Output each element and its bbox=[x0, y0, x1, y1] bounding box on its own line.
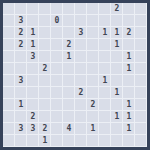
cell-r0c10[interactable] bbox=[123, 3, 135, 15]
cell-r10c9[interactable] bbox=[111, 123, 123, 135]
cell-r1c8[interactable] bbox=[99, 15, 111, 27]
cell-r10c1[interactable]: 3 bbox=[15, 123, 27, 135]
cell-r10c4[interactable] bbox=[51, 123, 63, 135]
cell-r2c0[interactable] bbox=[3, 27, 15, 39]
cell-r8c3[interactable] bbox=[39, 99, 51, 111]
cell-r6c5[interactable] bbox=[63, 75, 75, 87]
cell-r0c0[interactable] bbox=[3, 3, 15, 15]
cell-r9c10[interactable]: 1 bbox=[123, 111, 135, 123]
cell-r3c6[interactable] bbox=[75, 39, 87, 51]
cell-r0c3[interactable] bbox=[39, 3, 51, 15]
cell-r8c0[interactable] bbox=[3, 99, 15, 111]
cell-r4c2[interactable]: 3 bbox=[27, 51, 39, 63]
clue-number: 1 bbox=[127, 53, 132, 61]
cell-r3c4[interactable] bbox=[51, 39, 63, 51]
clue-number: 3 bbox=[19, 17, 24, 25]
cell-r3c1[interactable]: 2 bbox=[15, 39, 27, 51]
cell-r10c6[interactable] bbox=[75, 123, 87, 135]
cell-r6c7[interactable] bbox=[87, 75, 99, 87]
clue-number: 1 bbox=[103, 29, 108, 37]
clue-number: 1 bbox=[115, 29, 120, 37]
cell-r1c4[interactable]: 0 bbox=[51, 15, 63, 27]
clue-number: 2 bbox=[31, 113, 36, 121]
cell-r9c6[interactable] bbox=[75, 111, 87, 123]
cell-r9c2[interactable]: 2 bbox=[27, 111, 39, 123]
cell-r2c4[interactable] bbox=[51, 27, 63, 39]
clue-number: 3 bbox=[31, 125, 36, 133]
cell-r9c4[interactable] bbox=[51, 111, 63, 123]
cell-r4c9[interactable] bbox=[111, 51, 123, 63]
cell-r3c3[interactable] bbox=[39, 39, 51, 51]
cell-r6c10[interactable] bbox=[123, 75, 135, 87]
cell-r2c5[interactable] bbox=[63, 27, 75, 39]
cell-r3c5[interactable]: 2 bbox=[63, 39, 75, 51]
cell-r4c5[interactable]: 1 bbox=[63, 51, 75, 63]
cell-r0c9[interactable]: 2 bbox=[111, 3, 123, 15]
cell-r7c11[interactable] bbox=[135, 87, 147, 99]
cell-r7c1[interactable] bbox=[15, 87, 27, 99]
cell-r4c4[interactable] bbox=[51, 51, 63, 63]
clue-number: 1 bbox=[115, 89, 120, 97]
cell-r10c11[interactable] bbox=[135, 123, 147, 135]
cell-r9c9[interactable]: 1 bbox=[111, 111, 123, 123]
cell-r8c6[interactable] bbox=[75, 99, 87, 111]
clue-number: 0 bbox=[55, 17, 60, 25]
cell-r4c7[interactable] bbox=[87, 51, 99, 63]
cell-r7c4[interactable] bbox=[51, 87, 63, 99]
clue-number: 3 bbox=[19, 125, 24, 133]
clue-number: 1 bbox=[103, 77, 108, 85]
cell-r6c2[interactable] bbox=[27, 75, 39, 87]
cell-r6c9[interactable] bbox=[111, 75, 123, 87]
cell-r7c9[interactable]: 1 bbox=[111, 87, 123, 99]
cell-r7c2[interactable] bbox=[27, 87, 39, 99]
cell-r11c10[interactable] bbox=[123, 135, 135, 147]
cell-r5c7[interactable] bbox=[87, 63, 99, 75]
cell-r11c8[interactable] bbox=[99, 135, 111, 147]
clue-number: 2 bbox=[91, 101, 96, 109]
cell-r6c6[interactable] bbox=[75, 75, 87, 87]
cell-r2c7[interactable] bbox=[87, 27, 99, 39]
cell-r4c11[interactable] bbox=[135, 51, 147, 63]
cell-r1c3[interactable] bbox=[39, 15, 51, 27]
cell-r8c7[interactable]: 2 bbox=[87, 99, 99, 111]
cell-r0c6[interactable] bbox=[75, 3, 87, 15]
cell-r10c10[interactable]: 1 bbox=[123, 123, 135, 135]
cell-r1c1[interactable]: 3 bbox=[15, 15, 27, 27]
cell-r0c7[interactable] bbox=[87, 3, 99, 15]
cell-r0c4[interactable] bbox=[51, 3, 63, 15]
cell-r8c5[interactable] bbox=[63, 99, 75, 111]
cell-r5c3[interactable]: 2 bbox=[39, 63, 51, 75]
cell-r5c4[interactable] bbox=[51, 63, 63, 75]
clue-number: 2 bbox=[43, 65, 48, 73]
cell-r2c1[interactable]: 2 bbox=[15, 27, 27, 39]
clue-number: 2 bbox=[79, 89, 84, 97]
cell-r5c5[interactable] bbox=[63, 63, 75, 75]
cell-r3c8[interactable] bbox=[99, 39, 111, 51]
clue-number: 2 bbox=[43, 125, 48, 133]
cell-r3c0[interactable] bbox=[3, 39, 15, 51]
cell-r1c5[interactable] bbox=[63, 15, 75, 27]
cell-r9c3[interactable] bbox=[39, 111, 51, 123]
cell-r7c8[interactable] bbox=[99, 87, 111, 99]
cell-r10c7[interactable]: 1 bbox=[87, 123, 99, 135]
cell-r8c9[interactable] bbox=[111, 99, 123, 111]
clue-number: 1 bbox=[127, 65, 132, 73]
cell-r11c4[interactable] bbox=[51, 135, 63, 147]
cell-r1c11[interactable] bbox=[135, 15, 147, 27]
cell-r9c8[interactable] bbox=[99, 111, 111, 123]
cell-r8c4[interactable] bbox=[51, 99, 63, 111]
cell-r8c1[interactable]: 1 bbox=[15, 99, 27, 111]
cell-r6c8[interactable]: 1 bbox=[99, 75, 111, 87]
clue-number: 2 bbox=[67, 41, 72, 49]
cell-r3c10[interactable] bbox=[123, 39, 135, 51]
cell-r0c1[interactable] bbox=[15, 3, 27, 15]
clue-number: 2 bbox=[19, 29, 24, 37]
cell-r2c2[interactable]: 1 bbox=[27, 27, 39, 39]
cell-r9c1[interactable] bbox=[15, 111, 27, 123]
cell-r1c0[interactable] bbox=[3, 15, 15, 27]
clue-number: 4 bbox=[67, 125, 72, 133]
cell-r2c8[interactable]: 1 bbox=[99, 27, 111, 39]
cell-r6c11[interactable] bbox=[135, 75, 147, 87]
cell-r10c5[interactable]: 4 bbox=[63, 123, 75, 135]
cell-r11c7[interactable] bbox=[87, 135, 99, 147]
clue-number: 1 bbox=[91, 125, 96, 133]
cell-r8c8[interactable] bbox=[99, 99, 111, 111]
clue-number: 1 bbox=[127, 101, 132, 109]
cell-r5c1[interactable] bbox=[15, 63, 27, 75]
cell-r3c9[interactable]: 1 bbox=[111, 39, 123, 51]
clue-number: 2 bbox=[19, 41, 24, 49]
cell-r6c4[interactable] bbox=[51, 75, 63, 87]
cell-r9c11[interactable] bbox=[135, 111, 147, 123]
cell-r4c0[interactable] bbox=[3, 51, 15, 63]
clue-number: 3 bbox=[19, 77, 24, 85]
cell-r5c11[interactable] bbox=[135, 63, 147, 75]
cell-r1c2[interactable] bbox=[27, 15, 39, 27]
cell-r4c8[interactable] bbox=[99, 51, 111, 63]
cell-r11c3[interactable]: 1 bbox=[39, 135, 51, 147]
cell-r2c3[interactable] bbox=[39, 27, 51, 39]
cell-r1c7[interactable] bbox=[87, 15, 99, 27]
cell-r3c2[interactable]: 1 bbox=[27, 39, 39, 51]
clue-number: 1 bbox=[43, 137, 48, 145]
cell-r5c9[interactable] bbox=[111, 63, 123, 75]
cell-r7c6[interactable]: 2 bbox=[75, 87, 87, 99]
clue-number: 1 bbox=[31, 41, 36, 49]
cell-r11c2[interactable] bbox=[27, 135, 39, 147]
cell-r9c7[interactable] bbox=[87, 111, 99, 123]
cell-r1c6[interactable] bbox=[75, 15, 87, 27]
cell-r0c2[interactable] bbox=[27, 3, 39, 15]
cell-r5c10[interactable]: 1 bbox=[123, 63, 135, 75]
cell-r7c3[interactable] bbox=[39, 87, 51, 99]
cell-r6c1[interactable]: 3 bbox=[15, 75, 27, 87]
clue-number: 3 bbox=[79, 29, 84, 37]
cell-r10c8[interactable] bbox=[99, 123, 111, 135]
cell-r4c10[interactable]: 1 bbox=[123, 51, 135, 63]
cell-r11c6[interactable] bbox=[75, 135, 87, 147]
cell-r7c7[interactable] bbox=[87, 87, 99, 99]
cell-r11c0[interactable] bbox=[3, 135, 15, 147]
clue-number: 1 bbox=[115, 41, 120, 49]
cell-r2c9[interactable]: 1 bbox=[111, 27, 123, 39]
cell-r9c0[interactable] bbox=[3, 111, 15, 123]
cell-r8c11[interactable] bbox=[135, 99, 147, 111]
cell-r4c1[interactable] bbox=[15, 51, 27, 63]
cell-r5c6[interactable] bbox=[75, 63, 87, 75]
cell-r2c11[interactable] bbox=[135, 27, 147, 39]
clue-number: 1 bbox=[19, 101, 24, 109]
cell-r5c2[interactable] bbox=[27, 63, 39, 75]
cell-r0c11[interactable] bbox=[135, 3, 147, 15]
cell-r7c0[interactable] bbox=[3, 87, 15, 99]
cell-r3c7[interactable] bbox=[87, 39, 99, 51]
cell-r8c2[interactable] bbox=[27, 99, 39, 111]
cell-r6c0[interactable] bbox=[3, 75, 15, 87]
cell-r0c5[interactable] bbox=[63, 3, 75, 15]
clue-number: 1 bbox=[67, 53, 72, 61]
clue-number: 1 bbox=[127, 125, 132, 133]
cell-r4c3[interactable] bbox=[39, 51, 51, 63]
cell-r3c11[interactable] bbox=[135, 39, 147, 51]
cell-r0c8[interactable] bbox=[99, 3, 111, 15]
clue-number: 2 bbox=[115, 5, 120, 13]
cell-r11c5[interactable] bbox=[63, 135, 75, 147]
cell-r2c10[interactable]: 2 bbox=[123, 27, 135, 39]
cell-r1c10[interactable] bbox=[123, 15, 135, 27]
cell-r9c5[interactable] bbox=[63, 111, 75, 123]
clue-number: 1 bbox=[127, 113, 132, 121]
cell-r5c0[interactable] bbox=[3, 63, 15, 75]
cell-r4c6[interactable] bbox=[75, 51, 87, 63]
clue-number: 1 bbox=[115, 113, 120, 121]
cell-r7c5[interactable] bbox=[63, 87, 75, 99]
cell-r10c3[interactable]: 2 bbox=[39, 123, 51, 135]
puzzle-board: 23021311221213112131211212113324111 bbox=[0, 0, 150, 150]
clue-number: 3 bbox=[31, 53, 36, 61]
clue-number: 1 bbox=[31, 29, 36, 37]
cell-r11c9[interactable] bbox=[111, 135, 123, 147]
cell-r10c0[interactable] bbox=[3, 123, 15, 135]
cell-r11c11[interactable] bbox=[135, 135, 147, 147]
cell-r10c2[interactable]: 3 bbox=[27, 123, 39, 135]
cell-r6c3[interactable] bbox=[39, 75, 51, 87]
cell-r1c9[interactable] bbox=[111, 15, 123, 27]
cell-r11c1[interactable] bbox=[15, 135, 27, 147]
cell-r8c10[interactable]: 1 bbox=[123, 99, 135, 111]
clue-number: 2 bbox=[127, 29, 132, 37]
cell-r5c8[interactable] bbox=[99, 63, 111, 75]
cell-r7c10[interactable] bbox=[123, 87, 135, 99]
cell-r2c6[interactable]: 3 bbox=[75, 27, 87, 39]
